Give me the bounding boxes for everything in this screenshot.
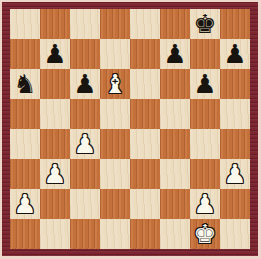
square-d5[interactable] [100,99,130,129]
white-pawn[interactable]: ♟ [13,190,36,218]
square-c7[interactable] [70,39,100,69]
square-g7[interactable] [190,39,220,69]
square-c3[interactable] [70,159,100,189]
square-c5[interactable] [70,99,100,129]
black-pawn[interactable]: ♟ [193,70,216,98]
square-c2[interactable] [70,189,100,219]
square-g1[interactable]: ♚ [190,219,220,249]
square-e3[interactable] [130,159,160,189]
square-a5[interactable] [10,99,40,129]
square-b5[interactable] [40,99,70,129]
square-f2[interactable] [160,189,190,219]
square-f1[interactable] [160,219,190,249]
square-c6[interactable]: ♟ [70,69,100,99]
square-a3[interactable] [10,159,40,189]
square-h6[interactable] [220,69,250,99]
black-pawn[interactable]: ♟ [223,40,246,68]
square-b3[interactable]: ♟ [40,159,70,189]
square-e4[interactable] [130,129,160,159]
square-h1[interactable] [220,219,250,249]
square-d7[interactable] [100,39,130,69]
square-g5[interactable] [190,99,220,129]
square-a8[interactable] [10,9,40,39]
white-king[interactable]: ♚ [193,220,216,248]
white-pawn[interactable]: ♟ [193,190,216,218]
board: ♚♟♟♟♞♟♝♟♟♟♟♟♟♚ [10,9,250,249]
square-f3[interactable] [160,159,190,189]
square-h4[interactable] [220,129,250,159]
board-outer-edge: ♚♟♟♟♞♟♝♟♟♟♟♟♟♚ [0,0,261,259]
black-knight[interactable]: ♞ [13,70,36,98]
square-a6[interactable]: ♞ [10,69,40,99]
black-pawn[interactable]: ♟ [73,70,96,98]
white-pawn[interactable]: ♟ [223,160,246,188]
square-f7[interactable]: ♟ [160,39,190,69]
black-pawn[interactable]: ♟ [163,40,186,68]
square-h5[interactable] [220,99,250,129]
square-h8[interactable] [220,9,250,39]
square-h2[interactable] [220,189,250,219]
square-a4[interactable] [10,129,40,159]
square-e2[interactable] [130,189,160,219]
square-f6[interactable] [160,69,190,99]
square-c4[interactable]: ♟ [70,129,100,159]
square-g4[interactable] [190,129,220,159]
square-e1[interactable] [130,219,160,249]
square-b2[interactable] [40,189,70,219]
square-d3[interactable] [100,159,130,189]
square-b8[interactable] [40,9,70,39]
square-c1[interactable] [70,219,100,249]
square-h7[interactable]: ♟ [220,39,250,69]
square-f5[interactable] [160,99,190,129]
square-d6[interactable]: ♝ [100,69,130,99]
square-g8[interactable]: ♚ [190,9,220,39]
square-b1[interactable] [40,219,70,249]
square-f4[interactable] [160,129,190,159]
square-g2[interactable]: ♟ [190,189,220,219]
square-h3[interactable]: ♟ [220,159,250,189]
square-g3[interactable] [190,159,220,189]
square-a1[interactable] [10,219,40,249]
black-pawn[interactable]: ♟ [43,40,66,68]
white-bishop[interactable]: ♝ [103,70,126,98]
square-d8[interactable] [100,9,130,39]
black-king[interactable]: ♚ [193,10,216,38]
square-b7[interactable]: ♟ [40,39,70,69]
square-e8[interactable] [130,9,160,39]
square-d1[interactable] [100,219,130,249]
white-pawn[interactable]: ♟ [73,130,96,158]
square-b4[interactable] [40,129,70,159]
square-g6[interactable]: ♟ [190,69,220,99]
square-d4[interactable] [100,129,130,159]
square-b6[interactable] [40,69,70,99]
square-c8[interactable] [70,9,100,39]
square-f8[interactable] [160,9,190,39]
board-frame: ♚♟♟♟♞♟♝♟♟♟♟♟♟♚ [2,2,258,256]
white-pawn[interactable]: ♟ [43,160,66,188]
square-e7[interactable] [130,39,160,69]
square-e5[interactable] [130,99,160,129]
square-a7[interactable] [10,39,40,69]
square-e6[interactable] [130,69,160,99]
square-d2[interactable] [100,189,130,219]
square-a2[interactable]: ♟ [10,189,40,219]
